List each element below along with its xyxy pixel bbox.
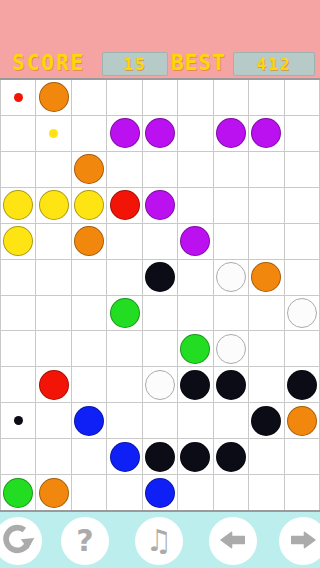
board-cell[interactable] [72,188,106,223]
board-cell[interactable] [178,152,212,187]
board-cell[interactable] [214,403,248,438]
board-cell[interactable] [285,260,319,295]
ball-yellow[interactable] [74,190,104,220]
board-cell[interactable] [285,296,319,331]
board-cell[interactable] [1,224,35,259]
ball-black[interactable] [287,370,317,400]
ball-orange[interactable] [74,226,104,256]
board-cell[interactable] [178,439,212,474]
ball-yellow[interactable] [3,190,33,220]
board-cell[interactable] [214,260,248,295]
right-arrow-icon [286,523,320,560]
ball-blue[interactable] [145,478,175,508]
board-cell[interactable] [285,224,319,259]
board-cell[interactable] [285,116,319,151]
board-cell[interactable] [285,152,319,187]
ball-blue[interactable] [110,442,140,472]
board-cell[interactable] [36,188,70,223]
board-cell[interactable] [178,403,212,438]
board-cell[interactable] [249,116,283,151]
preview-dot-red [14,93,23,102]
ball-yellow[interactable] [39,190,69,220]
board-cell[interactable] [178,80,212,115]
board-cell[interactable] [249,296,283,331]
ball-black[interactable] [216,370,246,400]
score-value-box: 15 [102,52,168,76]
board-cell[interactable] [214,439,248,474]
score-bar: SCORE 15 BEST 412 [0,0,320,80]
score-value: 15 [123,55,146,74]
board-cell[interactable] [178,367,212,402]
sound-button[interactable]: ♫ [135,517,183,565]
board-cell[interactable] [107,403,141,438]
board-cell[interactable] [72,224,106,259]
board-cell[interactable] [178,116,212,151]
board-cell[interactable] [178,188,212,223]
ball-orange[interactable] [74,154,104,184]
board-cell[interactable] [72,296,106,331]
board-cell[interactable] [72,260,106,295]
board-cell[interactable] [1,296,35,331]
board-cell[interactable] [143,367,177,402]
board-cell[interactable] [143,403,177,438]
board-cell[interactable] [178,475,212,510]
ball-purple[interactable] [145,190,175,220]
board-cell[interactable] [214,152,248,187]
board-cell[interactable] [143,152,177,187]
game-board [0,80,320,510]
board-cell[interactable] [36,224,70,259]
board-cell[interactable] [285,188,319,223]
board-cell[interactable] [285,80,319,115]
toolbar: ? ♫ [0,510,320,568]
board-cell[interactable] [72,475,106,510]
ball-purple[interactable] [251,118,281,148]
board-cell[interactable] [285,439,319,474]
board-cell[interactable] [249,260,283,295]
board-cell[interactable] [107,475,141,510]
ball-white[interactable] [216,334,246,364]
board-cell[interactable] [249,188,283,223]
board-cell[interactable] [249,224,283,259]
board-cell[interactable] [249,152,283,187]
board-cell[interactable] [214,80,248,115]
board-cell[interactable] [107,296,141,331]
board-cell[interactable] [143,439,177,474]
board-cell[interactable] [214,296,248,331]
ball-purple[interactable] [180,226,210,256]
board-cell[interactable] [178,260,212,295]
ball-green[interactable] [180,334,210,364]
board-cell[interactable] [249,403,283,438]
board-cell[interactable] [1,80,35,115]
board-cell[interactable] [36,296,70,331]
board-cell[interactable] [1,331,35,366]
board-cell[interactable] [1,475,35,510]
board-cell[interactable] [36,152,70,187]
ball-orange[interactable] [39,82,69,112]
board-cell[interactable] [249,80,283,115]
board-cell[interactable] [107,224,141,259]
board-cell[interactable] [1,403,35,438]
board-cell[interactable] [249,475,283,510]
ball-black[interactable] [216,442,246,472]
board-cell[interactable] [72,403,106,438]
board-cell[interactable] [36,331,70,366]
board-cell[interactable] [143,224,177,259]
board-cell[interactable] [72,116,106,151]
board-cell[interactable] [1,116,35,151]
board-cell[interactable] [36,439,70,474]
board-cell[interactable] [178,296,212,331]
score-label: SCORE [12,51,85,75]
ball-orange[interactable] [287,406,317,436]
board-cell[interactable] [1,367,35,402]
ball-black[interactable] [180,370,210,400]
board-cell[interactable] [1,260,35,295]
ball-orange[interactable] [251,262,281,292]
board-cell[interactable] [72,80,106,115]
board-cell[interactable] [107,367,141,402]
board-cell[interactable] [285,475,319,510]
board-cell[interactable] [36,80,70,115]
board-cell[interactable] [178,224,212,259]
question-icon: ? [76,526,93,556]
help-button[interactable]: ? [61,517,109,565]
board-cell[interactable] [1,188,35,223]
ball-red[interactable] [110,190,140,220]
board-cell[interactable] [1,152,35,187]
ball-purple[interactable] [110,118,140,148]
ball-white[interactable] [287,298,317,328]
ball-green[interactable] [110,298,140,328]
board-cell[interactable] [36,116,70,151]
ball-red[interactable] [39,370,69,400]
board-cell[interactable] [249,439,283,474]
board-cell[interactable] [72,331,106,366]
best-label: BEST [171,51,226,75]
best-value-box: 412 [233,52,315,76]
ball-blue[interactable] [74,406,104,436]
ball-white[interactable] [145,370,175,400]
restart-button[interactable] [0,517,42,565]
board-cell[interactable] [36,260,70,295]
best-value: 412 [257,55,292,74]
ball-black[interactable] [251,406,281,436]
board-cell[interactable] [249,331,283,366]
board-cell[interactable] [107,152,141,187]
board-cell[interactable] [285,367,319,402]
ball-purple[interactable] [216,118,246,148]
board-cell[interactable] [143,260,177,295]
board-cell[interactable] [214,224,248,259]
refresh-icon [1,523,35,560]
board-cell[interactable] [36,475,70,510]
ball-yellow[interactable] [3,226,33,256]
board-cell[interactable] [214,188,248,223]
board-cell[interactable] [214,116,248,151]
board-cell[interactable] [72,152,106,187]
board-cell[interactable] [143,475,177,510]
music-note-icon: ♫ [146,526,173,556]
preview-dot-black [14,416,23,425]
board-cell[interactable] [214,331,248,366]
board-cell[interactable] [178,331,212,366]
board-cell[interactable] [143,116,177,151]
preview-dot-yellow [49,129,58,138]
ball-orange[interactable] [39,478,69,508]
board-cell[interactable] [285,403,319,438]
left-arrow-icon [216,523,250,560]
board-cell[interactable] [214,475,248,510]
board-cell[interactable] [1,439,35,474]
board-cell[interactable] [72,367,106,402]
board-cell[interactable] [143,331,177,366]
forward-button[interactable] [279,517,320,565]
ball-purple[interactable] [145,118,175,148]
ball-black[interactable] [145,262,175,292]
ball-white[interactable] [216,262,246,292]
board-cell[interactable] [107,80,141,115]
board-cell[interactable] [143,80,177,115]
board-cell[interactable] [143,188,177,223]
board-cell[interactable] [107,260,141,295]
board-cell[interactable] [285,331,319,366]
board-cell[interactable] [72,439,106,474]
board-cell[interactable] [107,188,141,223]
board-cell[interactable] [36,403,70,438]
board-cell[interactable] [107,116,141,151]
back-button[interactable] [209,517,257,565]
ball-green[interactable] [3,478,33,508]
board-cell[interactable] [36,367,70,402]
ball-black[interactable] [180,442,210,472]
board-cell[interactable] [143,296,177,331]
board-cell[interactable] [107,331,141,366]
board-cell[interactable] [107,439,141,474]
ball-black[interactable] [145,442,175,472]
board-cell[interactable] [214,367,248,402]
board-cell[interactable] [249,367,283,402]
